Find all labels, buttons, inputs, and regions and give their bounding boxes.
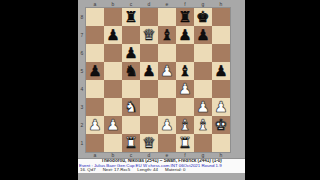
square-a4 xyxy=(86,80,104,98)
material-balance: Material: 0 xyxy=(165,168,186,173)
square-c4 xyxy=(122,80,140,98)
square-d4 xyxy=(140,80,158,98)
square-g7: ♟ xyxy=(194,26,212,44)
next-move: Next: 17.Rxc5 xyxy=(103,168,131,173)
square-e7: ♝ xyxy=(158,26,176,44)
white-rook-c1: ♜ xyxy=(122,134,140,152)
letterbox-right xyxy=(245,0,320,180)
square-b2: ♟ xyxy=(104,116,122,134)
square-d8 xyxy=(140,8,158,26)
square-f1: ♜ xyxy=(176,134,194,152)
file-label-f: f xyxy=(176,1,194,7)
square-g5 xyxy=(194,62,212,80)
square-f3 xyxy=(176,98,194,116)
square-d5: ♟ xyxy=(140,62,158,80)
square-a2: ♟ xyxy=(86,116,104,134)
square-g3: ♟ xyxy=(194,98,212,116)
square-b6 xyxy=(104,44,122,62)
current-move: 16. Qd7 xyxy=(80,168,96,173)
rank-label-5: 5 xyxy=(79,62,85,80)
square-b3 xyxy=(104,98,122,116)
square-f8: ♜ xyxy=(176,8,194,26)
square-b4 xyxy=(104,80,122,98)
square-d3 xyxy=(140,98,158,116)
chess-panel: abcdefgh 87654321 ♜♜♚♟♛♝♟♟♟♟♞♟♟♝♟♟♞♟♟♟♟♟… xyxy=(78,0,245,180)
square-f4: ♟ xyxy=(176,80,194,98)
letterbox-left xyxy=(0,0,78,180)
square-c3: ♞ xyxy=(122,98,140,116)
white-queen-d7: ♛ xyxy=(140,26,158,44)
square-e6 xyxy=(158,44,176,62)
square-c8: ♜ xyxy=(122,8,140,26)
black-pawn-d5: ♟ xyxy=(140,62,158,80)
file-label-a: a xyxy=(86,1,104,7)
white-queen-d1: ♛ xyxy=(140,134,158,152)
square-g8: ♚ xyxy=(194,8,212,26)
white-bishop-g2: ♝ xyxy=(194,116,212,134)
square-h8 xyxy=(212,8,230,26)
white-pawn-e5: ♟ xyxy=(158,62,176,80)
square-e2: ♟ xyxy=(158,116,176,134)
square-g2: ♝ xyxy=(194,116,212,134)
black-rook-c8: ♜ xyxy=(122,8,140,26)
file-label-e: e xyxy=(158,1,176,7)
square-a8 xyxy=(86,8,104,26)
square-e8 xyxy=(158,8,176,26)
move-status-line: 16. Qd7 Next: 17.Rxc5 Length: 44 Materia… xyxy=(78,168,245,173)
square-h5: ♟ xyxy=(212,62,230,80)
square-a3 xyxy=(86,98,104,116)
rank-label-6: 6 xyxy=(79,44,85,62)
square-d7: ♛ xyxy=(140,26,158,44)
rank-label-1: 1 xyxy=(79,134,85,152)
square-h2: ♚ xyxy=(212,116,230,134)
file-label-d: d xyxy=(140,1,158,7)
file-label-g: g xyxy=(194,1,212,7)
white-pawn-e2: ♟ xyxy=(158,116,176,134)
rank-label-4: 4 xyxy=(79,80,85,98)
rank-labels-left: 87654321 xyxy=(79,8,85,152)
square-e1 xyxy=(158,134,176,152)
rank-label-7: 7 xyxy=(79,26,85,44)
square-f6 xyxy=(176,44,194,62)
square-d2 xyxy=(140,116,158,134)
square-h4 xyxy=(212,80,230,98)
rank-label-8: 8 xyxy=(79,8,85,26)
square-g4 xyxy=(194,80,212,98)
game-length: Length: 44 xyxy=(137,168,158,173)
black-pawn-g7: ♟ xyxy=(194,26,212,44)
square-f7: ♟ xyxy=(176,26,194,44)
black-king-g8: ♚ xyxy=(194,8,212,26)
white-pawn-f4: ♟ xyxy=(176,80,194,98)
square-g6 xyxy=(194,44,212,62)
square-h7 xyxy=(212,26,230,44)
square-g1 xyxy=(194,134,212,152)
white-pawn-a2: ♟ xyxy=(86,116,104,134)
square-b8 xyxy=(104,8,122,26)
file-label-b: b xyxy=(104,1,122,7)
square-e3 xyxy=(158,98,176,116)
square-b1 xyxy=(104,134,122,152)
square-d6 xyxy=(140,44,158,62)
square-c2 xyxy=(122,116,140,134)
rank-label-2: 2 xyxy=(79,116,85,134)
square-a7 xyxy=(86,26,104,44)
square-f5: ♝ xyxy=(176,62,194,80)
square-d1: ♛ xyxy=(140,134,158,152)
file-labels-top: abcdefgh xyxy=(86,1,230,7)
info-panel: Theodorou, Nikolas (2541) – Swan, Fredri… xyxy=(78,158,245,173)
black-rook-f8: ♜ xyxy=(176,8,194,26)
file-label-c: c xyxy=(122,1,140,7)
white-pawn-b2: ♟ xyxy=(104,116,122,134)
square-h6 xyxy=(212,44,230,62)
square-c5: ♞ xyxy=(122,62,140,80)
black-pawn-h5: ♟ xyxy=(212,62,230,80)
black-pawn-b7: ♟ xyxy=(104,26,122,44)
square-c1: ♜ xyxy=(122,134,140,152)
square-b5 xyxy=(104,62,122,80)
white-knight-c3: ♞ xyxy=(122,98,140,116)
white-rook-f1: ♜ xyxy=(176,134,194,152)
square-e4 xyxy=(158,80,176,98)
file-label-h: h xyxy=(212,1,230,7)
square-h1 xyxy=(212,134,230,152)
black-bishop-f5: ♝ xyxy=(176,62,194,80)
black-bishop-e7: ♝ xyxy=(158,26,176,44)
white-pawn-g3: ♟ xyxy=(194,98,212,116)
square-c6: ♟ xyxy=(122,44,140,62)
square-h3: ♟ xyxy=(212,98,230,116)
square-a1 xyxy=(86,134,104,152)
square-c7 xyxy=(122,26,140,44)
black-knight-c5: ♞ xyxy=(122,62,140,80)
black-pawn-a5: ♟ xyxy=(86,62,104,80)
video-frame: abcdefgh 87654321 ♜♜♚♟♛♝♟♟♟♟♞♟♟♝♟♟♞♟♟♟♟♟… xyxy=(0,0,320,180)
white-king-h2: ♚ xyxy=(212,116,230,134)
white-bishop-f2: ♝ xyxy=(176,116,194,134)
chess-board: ♜♜♚♟♛♝♟♟♟♟♞♟♟♝♟♟♞♟♟♟♟♟♝♝♚♜♛♜ xyxy=(86,8,230,152)
square-f2: ♝ xyxy=(176,116,194,134)
square-b7: ♟ xyxy=(104,26,122,44)
white-pawn-h3: ♟ xyxy=(212,98,230,116)
square-a5: ♟ xyxy=(86,62,104,80)
black-pawn-c6: ♟ xyxy=(122,44,140,62)
black-pawn-f7: ♟ xyxy=(176,26,194,44)
square-e5: ♟ xyxy=(158,62,176,80)
square-a6 xyxy=(86,44,104,62)
rank-label-3: 3 xyxy=(79,98,85,116)
